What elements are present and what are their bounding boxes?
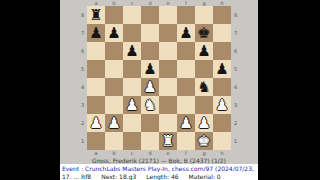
- board-square-c6: ♟: [123, 42, 141, 60]
- board-panel: abcdefgh 87654321 ♜♟♟♟♚♟♟♟♟♟♞♟♞♟♟♟♟♟♜♚ 8…: [60, 0, 258, 180]
- rank-label-7: 7: [231, 24, 240, 42]
- board-square-h6: [213, 42, 231, 60]
- board-square-c5: [123, 60, 141, 78]
- black-knight: ♞: [197, 78, 210, 96]
- status-line: 17. ... Rf8 Next: 18.g3 Length: 46 Mater…: [62, 173, 256, 180]
- board-square-a2: ♟: [87, 114, 105, 132]
- white-pawn: ♟: [215, 96, 228, 114]
- rank-label-8: 8: [78, 6, 87, 24]
- game-length-text: Length: 46: [146, 173, 178, 180]
- white-pawn: ♟: [179, 114, 192, 132]
- board-square-a5: [87, 60, 105, 78]
- chess-board: ♜♟♟♟♚♟♟♟♟♟♞♟♞♟♟♟♟♟♜♚: [87, 6, 231, 150]
- rank-label-5: 5: [231, 60, 240, 78]
- board-square-c8: [123, 6, 141, 24]
- white-knight: ♞: [143, 96, 156, 114]
- board-square-b5: [105, 60, 123, 78]
- board-square-h1: [213, 132, 231, 150]
- rank-label-3: 3: [78, 96, 87, 114]
- board-square-g6: ♟: [195, 42, 213, 60]
- board-square-g2: ♟: [195, 114, 213, 132]
- board-square-a7: ♟: [87, 24, 105, 42]
- board-square-b2: ♟: [105, 114, 123, 132]
- file-label-e: e: [159, 150, 177, 156]
- board-square-g8: [195, 6, 213, 24]
- board-square-b4: [105, 78, 123, 96]
- board-square-c7: [123, 24, 141, 42]
- board-square-h4: [213, 78, 231, 96]
- board-square-a6: [87, 42, 105, 60]
- board-square-h8: [213, 6, 231, 24]
- board-square-h5: ♟: [213, 60, 231, 78]
- board-square-d1: [141, 132, 159, 150]
- rank-label-2: 2: [78, 114, 87, 132]
- left-pillarbox-bar: [0, 0, 60, 180]
- board-square-e1: ♜: [159, 132, 177, 150]
- board-square-b6: [105, 42, 123, 60]
- board-square-a8: ♜: [87, 6, 105, 24]
- next-move-text: Next: 18.g3: [101, 173, 136, 180]
- white-pawn: ♟: [125, 96, 138, 114]
- file-labels-bottom: abcdefgh: [78, 150, 240, 156]
- board-square-e7: [159, 24, 177, 42]
- rank-label-8: 8: [231, 6, 240, 24]
- white-pawn: ♟: [107, 114, 120, 132]
- file-label-a: a: [87, 150, 105, 156]
- board-square-d8: [141, 6, 159, 24]
- board-square-c4: [123, 78, 141, 96]
- board-square-h3: ♟: [213, 96, 231, 114]
- file-label-f: f: [177, 150, 195, 156]
- players-line: Gross, Frederik (2171) — Bok, B (2437) (…: [60, 157, 258, 164]
- rank-label-2: 2: [231, 114, 240, 132]
- black-pawn: ♟: [107, 24, 120, 42]
- board-square-d6: [141, 42, 159, 60]
- board-square-a4: [87, 78, 105, 96]
- board-square-d7: [141, 24, 159, 42]
- white-king: ♚: [197, 132, 210, 150]
- file-label-b: b: [105, 150, 123, 156]
- board-square-g4: ♞: [195, 78, 213, 96]
- rank-label-4: 4: [231, 78, 240, 96]
- black-pawn: ♟: [89, 24, 102, 42]
- black-pawn: ♟: [179, 24, 192, 42]
- video-frame: abcdefgh 87654321 ♜♟♟♟♚♟♟♟♟♟♞♟♞♟♟♟♟♟♜♚ 8…: [0, 0, 320, 180]
- board-square-f6: [177, 42, 195, 60]
- rank-label-1: 1: [231, 132, 240, 150]
- white-pawn: ♟: [89, 114, 102, 132]
- board-square-f2: ♟: [177, 114, 195, 132]
- black-pawn: ♟: [143, 60, 156, 78]
- file-label-d: d: [141, 150, 159, 156]
- board-square-f3: [177, 96, 195, 114]
- board-square-g7: ♚: [195, 24, 213, 42]
- caption: Gross, Frederik (2171) — Bok, B (2437) (…: [60, 157, 258, 180]
- black-pawn: ♟: [197, 42, 210, 60]
- white-pawn: ♟: [143, 78, 156, 96]
- black-pawn: ♟: [125, 42, 138, 60]
- white-rook: ♜: [161, 132, 174, 150]
- board-square-d2: [141, 114, 159, 132]
- rank-label-5: 5: [78, 60, 87, 78]
- board-square-b8: [105, 6, 123, 24]
- board-square-e5: [159, 60, 177, 78]
- info-strip: Event : CrunchLabs Masters Play-In, ches…: [60, 164, 258, 180]
- board-square-d3: ♞: [141, 96, 159, 114]
- board-square-e2: [159, 114, 177, 132]
- board-square-a1: [87, 132, 105, 150]
- board-square-f8: [177, 6, 195, 24]
- board-square-c3: ♟: [123, 96, 141, 114]
- board-square-b7: ♟: [105, 24, 123, 42]
- board-square-g3: [195, 96, 213, 114]
- move-played-text: 17. ... Rf8: [62, 173, 91, 180]
- rank-label-6: 6: [231, 42, 240, 60]
- board-square-d5: ♟: [141, 60, 159, 78]
- board-square-b3: [105, 96, 123, 114]
- board-square-f7: ♟: [177, 24, 195, 42]
- file-label-c: c: [123, 150, 141, 156]
- rank-label-1: 1: [78, 132, 87, 150]
- black-pawn: ♟: [215, 60, 228, 78]
- rank-labels-left: 87654321: [78, 6, 87, 150]
- black-king: ♚: [197, 24, 210, 42]
- board-square-e8: [159, 6, 177, 24]
- event-link[interactable]: Event : CrunchLabs Masters Play-In, ches…: [62, 165, 256, 172]
- rank-labels-right: 87654321: [231, 6, 240, 150]
- board-square-f1: [177, 132, 195, 150]
- board-square-e6: [159, 42, 177, 60]
- board-square-a3: [87, 96, 105, 114]
- rank-label-3: 3: [231, 96, 240, 114]
- board-square-e3: [159, 96, 177, 114]
- board-square-h7: [213, 24, 231, 42]
- black-rook: ♜: [89, 6, 102, 24]
- board-square-d4: ♟: [141, 78, 159, 96]
- board-square-b1: [105, 132, 123, 150]
- board-square-c2: [123, 114, 141, 132]
- file-label-g: g: [195, 150, 213, 156]
- board-square-f5: [177, 60, 195, 78]
- board-square-c1: [123, 132, 141, 150]
- right-pillarbox-bar: [258, 0, 320, 180]
- rank-label-7: 7: [78, 24, 87, 42]
- board-square-g1: ♚: [195, 132, 213, 150]
- material-text: Material: 0: [189, 173, 221, 180]
- board-square-g5: [195, 60, 213, 78]
- file-label-h: h: [213, 150, 231, 156]
- board-area: abcdefgh 87654321 ♜♟♟♟♚♟♟♟♟♟♞♟♞♟♟♟♟♟♜♚ 8…: [78, 0, 240, 156]
- board-square-h2: [213, 114, 231, 132]
- rank-label-6: 6: [78, 42, 87, 60]
- board-square-e4: [159, 78, 177, 96]
- rank-label-4: 4: [78, 78, 87, 96]
- board-square-f4: [177, 78, 195, 96]
- white-pawn: ♟: [197, 114, 210, 132]
